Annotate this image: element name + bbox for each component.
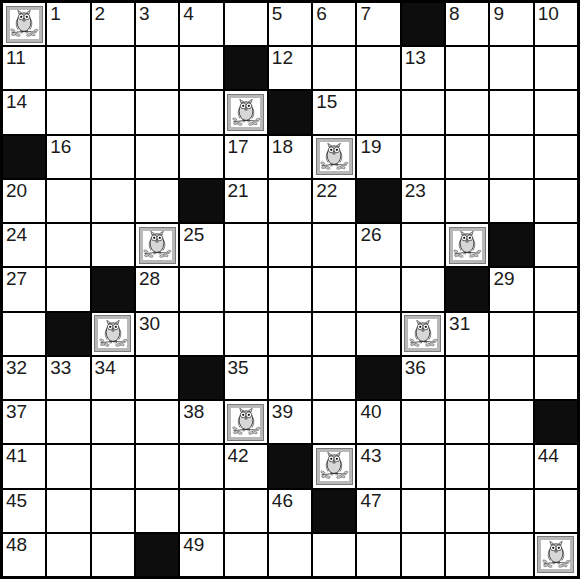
entry-cell-r4-c11[interactable] bbox=[446, 136, 488, 178]
owl-icon bbox=[449, 227, 486, 264]
entry-cell-r8-c1[interactable] bbox=[3, 313, 45, 355]
entry-cell-r10-c8[interactable] bbox=[313, 401, 355, 443]
entry-cell-r2-c2[interactable] bbox=[47, 47, 89, 89]
entry-cell-r5-c10[interactable]: 23 bbox=[402, 180, 444, 222]
entry-cell-r9-c4[interactable] bbox=[136, 357, 178, 399]
entry-cell-r11-c2[interactable] bbox=[47, 445, 89, 487]
entry-cell-r6-c1[interactable]: 24 bbox=[3, 224, 45, 266]
entry-cell-r11-c12[interactable] bbox=[490, 445, 532, 487]
entry-cell-r6-c8[interactable] bbox=[313, 224, 355, 266]
entry-cell-r12-c1[interactable]: 45 bbox=[3, 490, 45, 532]
entry-cell-r11-c13[interactable]: 44 bbox=[535, 445, 577, 487]
entry-cell-r2-c3[interactable] bbox=[92, 47, 134, 89]
clue-number-47: 47 bbox=[360, 490, 381, 512]
entry-cell-r12-c5[interactable] bbox=[180, 490, 222, 532]
blocked-cell-r11-c7 bbox=[269, 445, 311, 487]
entry-cell-r2-c10[interactable]: 13 bbox=[402, 47, 444, 89]
owl-icon bbox=[537, 536, 574, 573]
blocked-cell-r9-c5 bbox=[180, 357, 222, 399]
blocked-cell-r5-c5 bbox=[180, 180, 222, 222]
entry-cell-r3-c13[interactable] bbox=[535, 91, 577, 133]
entry-cell-r7-c5[interactable] bbox=[180, 268, 222, 310]
entry-cell-r4-c6[interactable]: 17 bbox=[225, 136, 267, 178]
clue-number-39: 39 bbox=[272, 401, 293, 423]
entry-cell-r9-c12[interactable] bbox=[490, 357, 532, 399]
blocked-cell-r1-c10 bbox=[402, 3, 444, 45]
entry-cell-r2-c5[interactable] bbox=[180, 47, 222, 89]
entry-cell-r13-c2[interactable] bbox=[47, 534, 89, 576]
clue-number-11: 11 bbox=[6, 47, 26, 69]
entry-cell-r11-c1[interactable]: 41 bbox=[3, 445, 45, 487]
entry-cell-r9-c3[interactable]: 34 bbox=[92, 357, 134, 399]
entry-cell-r9-c8[interactable] bbox=[313, 357, 355, 399]
entry-cell-r8-c9[interactable] bbox=[357, 313, 399, 355]
entry-cell-r2-c13[interactable] bbox=[535, 47, 577, 89]
clue-number-49: 49 bbox=[183, 534, 204, 556]
owl-picture-cell-r13-c13 bbox=[535, 534, 577, 576]
entry-cell-r4-c4[interactable] bbox=[136, 136, 178, 178]
entry-cell-r5-c11[interactable] bbox=[446, 180, 488, 222]
entry-cell-r9-c1[interactable]: 32 bbox=[3, 357, 45, 399]
entry-cell-r11-c4[interactable] bbox=[136, 445, 178, 487]
entry-cell-r13-c1[interactable]: 48 bbox=[3, 534, 45, 576]
entry-cell-r3-c1[interactable]: 14 bbox=[3, 91, 45, 133]
entry-cell-r5-c7[interactable] bbox=[269, 180, 311, 222]
blocked-cell-r7-c3 bbox=[92, 268, 134, 310]
entry-cell-r6-c6[interactable] bbox=[225, 224, 267, 266]
clue-number-40: 40 bbox=[360, 401, 381, 423]
blocked-cell-r6-c12 bbox=[490, 224, 532, 266]
entry-cell-r9-c11[interactable] bbox=[446, 357, 488, 399]
entry-cell-r1-c2[interactable]: 1 bbox=[47, 3, 89, 45]
entry-cell-r5-c6[interactable]: 21 bbox=[225, 180, 267, 222]
entry-cell-r9-c10[interactable]: 36 bbox=[402, 357, 444, 399]
clue-number-8: 8 bbox=[449, 3, 460, 25]
owl-icon bbox=[316, 138, 353, 175]
entry-cell-r1-c13[interactable]: 10 bbox=[535, 3, 577, 45]
clue-number-30: 30 bbox=[139, 313, 160, 335]
entry-cell-r12-c7[interactable]: 46 bbox=[269, 490, 311, 532]
clue-number-21: 21 bbox=[228, 180, 249, 202]
entry-cell-r6-c5[interactable]: 25 bbox=[180, 224, 222, 266]
entry-cell-r3-c4[interactable] bbox=[136, 91, 178, 133]
entry-cell-r1-c8[interactable]: 6 bbox=[313, 3, 355, 45]
clue-number-24: 24 bbox=[6, 224, 27, 246]
entry-cell-r6-c3[interactable] bbox=[92, 224, 134, 266]
entry-cell-r10-c11[interactable] bbox=[446, 401, 488, 443]
entry-cell-r5-c4[interactable] bbox=[136, 180, 178, 222]
entry-cell-r10-c3[interactable] bbox=[92, 401, 134, 443]
entry-cell-r7-c7[interactable] bbox=[269, 268, 311, 310]
blocked-cell-r8-c2 bbox=[47, 313, 89, 355]
entry-cell-r7-c10[interactable] bbox=[402, 268, 444, 310]
clue-number-15: 15 bbox=[316, 91, 337, 113]
owl-icon bbox=[6, 6, 43, 43]
clue-number-38: 38 bbox=[183, 401, 204, 423]
clue-number-27: 27 bbox=[6, 268, 27, 290]
clue-number-20: 20 bbox=[6, 180, 27, 202]
owl-picture-cell-r11-c8 bbox=[313, 445, 355, 487]
owl-picture-cell-r6-c4 bbox=[136, 224, 178, 266]
blocked-cell-r3-c7 bbox=[269, 91, 311, 133]
entry-cell-r11-c3[interactable] bbox=[92, 445, 134, 487]
entry-cell-r5-c8[interactable]: 22 bbox=[313, 180, 355, 222]
owl-icon bbox=[139, 227, 176, 264]
entry-cell-r8-c6[interactable] bbox=[225, 313, 267, 355]
entry-cell-r11-c11[interactable] bbox=[446, 445, 488, 487]
entry-cell-r12-c6[interactable] bbox=[225, 490, 267, 532]
owl-icon bbox=[227, 94, 264, 131]
entry-cell-r6-c2[interactable] bbox=[47, 224, 89, 266]
clue-number-22: 22 bbox=[316, 180, 337, 202]
clue-number-18: 18 bbox=[272, 136, 293, 158]
entry-cell-r4-c7[interactable]: 18 bbox=[269, 136, 311, 178]
blocked-cell-r2-c6 bbox=[225, 47, 267, 89]
entry-cell-r2-c11[interactable] bbox=[446, 47, 488, 89]
entry-cell-r2-c12[interactable] bbox=[490, 47, 532, 89]
entry-cell-r7-c6[interactable] bbox=[225, 268, 267, 310]
entry-cell-r13-c10[interactable] bbox=[402, 534, 444, 576]
entry-cell-r12-c13[interactable] bbox=[535, 490, 577, 532]
clue-number-48: 48 bbox=[6, 534, 27, 556]
clue-number-26: 26 bbox=[360, 224, 381, 246]
clue-number-2: 2 bbox=[95, 3, 106, 25]
owl-picture-cell-r6-c11 bbox=[446, 224, 488, 266]
clue-number-28: 28 bbox=[139, 268, 160, 290]
clue-number-42: 42 bbox=[228, 445, 249, 467]
entry-cell-r7-c1[interactable]: 27 bbox=[3, 268, 45, 310]
entry-cell-r3-c9[interactable] bbox=[357, 91, 399, 133]
clue-number-43: 43 bbox=[360, 445, 381, 467]
entry-cell-r10-c9[interactable]: 40 bbox=[357, 401, 399, 443]
entry-cell-r11-c6[interactable]: 42 bbox=[225, 445, 267, 487]
entry-cell-r2-c9[interactable] bbox=[357, 47, 399, 89]
clue-number-37: 37 bbox=[6, 401, 27, 423]
clue-number-41: 41 bbox=[6, 445, 27, 467]
entry-cell-r3-c3[interactable] bbox=[92, 91, 134, 133]
clue-number-33: 33 bbox=[50, 357, 71, 379]
entry-cell-r1-c6[interactable] bbox=[225, 3, 267, 45]
owl-picture-cell-r8-c3 bbox=[92, 313, 134, 355]
clue-number-13: 13 bbox=[405, 47, 426, 69]
entry-cell-r10-c4[interactable] bbox=[136, 401, 178, 443]
entry-cell-r7-c8[interactable] bbox=[313, 268, 355, 310]
entry-cell-r13-c12[interactable] bbox=[490, 534, 532, 576]
entry-cell-r10-c5[interactable]: 38 bbox=[180, 401, 222, 443]
owl-icon bbox=[94, 315, 131, 352]
entry-cell-r13-c9[interactable] bbox=[357, 534, 399, 576]
entry-cell-r5-c2[interactable] bbox=[47, 180, 89, 222]
entry-cell-r5-c1[interactable]: 20 bbox=[3, 180, 45, 222]
clue-number-44: 44 bbox=[538, 445, 559, 467]
entry-cell-r13-c5[interactable]: 49 bbox=[180, 534, 222, 576]
entry-cell-r3-c8[interactable]: 15 bbox=[313, 91, 355, 133]
entry-cell-r10-c1[interactable]: 37 bbox=[3, 401, 45, 443]
entry-cell-r4-c9[interactable]: 19 bbox=[357, 136, 399, 178]
clue-number-36: 36 bbox=[405, 357, 426, 379]
entry-cell-r12-c9[interactable]: 47 bbox=[357, 490, 399, 532]
entry-cell-r6-c7[interactable] bbox=[269, 224, 311, 266]
entry-cell-r9-c6[interactable]: 35 bbox=[225, 357, 267, 399]
owl-picture-cell-r8-c10 bbox=[402, 313, 444, 355]
entry-cell-r9-c2[interactable]: 33 bbox=[47, 357, 89, 399]
blocked-cell-r5-c9 bbox=[357, 180, 399, 222]
blocked-cell-r9-c9 bbox=[357, 357, 399, 399]
entry-cell-r8-c13[interactable] bbox=[535, 313, 577, 355]
clue-number-7: 7 bbox=[360, 3, 371, 25]
entry-cell-r12-c2[interactable] bbox=[47, 490, 89, 532]
clue-number-29: 29 bbox=[493, 268, 514, 290]
entry-cell-r8-c7[interactable] bbox=[269, 313, 311, 355]
entry-cell-r7-c2[interactable] bbox=[47, 268, 89, 310]
owl-icon bbox=[227, 404, 264, 441]
entry-cell-r2-c7[interactable]: 12 bbox=[269, 47, 311, 89]
clue-number-35: 35 bbox=[228, 357, 249, 379]
blocked-cell-r4-c1 bbox=[3, 136, 45, 178]
clue-number-19: 19 bbox=[360, 136, 381, 158]
entry-cell-r3-c2[interactable] bbox=[47, 91, 89, 133]
clue-number-4: 4 bbox=[183, 3, 194, 25]
entry-cell-r1-c12[interactable]: 9 bbox=[490, 3, 532, 45]
entry-cell-r12-c10[interactable] bbox=[402, 490, 444, 532]
crossword-board: 1234567891011121314151617181920212223242… bbox=[0, 0, 580, 579]
entry-cell-r3-c12[interactable] bbox=[490, 91, 532, 133]
owl-picture-cell-r3-c6 bbox=[225, 91, 267, 133]
entry-cell-r8-c5[interactable] bbox=[180, 313, 222, 355]
entry-cell-r1-c9[interactable]: 7 bbox=[357, 3, 399, 45]
entry-cell-r9-c13[interactable] bbox=[535, 357, 577, 399]
entry-cell-r4-c5[interactable] bbox=[180, 136, 222, 178]
entry-cell-r11-c10[interactable] bbox=[402, 445, 444, 487]
clue-number-14: 14 bbox=[6, 91, 27, 113]
entry-cell-r1-c4[interactable]: 3 bbox=[136, 3, 178, 45]
entry-cell-r3-c11[interactable] bbox=[446, 91, 488, 133]
entry-cell-r12-c11[interactable] bbox=[446, 490, 488, 532]
entry-cell-r10-c10[interactable] bbox=[402, 401, 444, 443]
blocked-cell-r13-c4 bbox=[136, 534, 178, 576]
entry-cell-r7-c12[interactable]: 29 bbox=[490, 268, 532, 310]
entry-cell-r8-c8[interactable] bbox=[313, 313, 355, 355]
entry-cell-r12-c4[interactable] bbox=[136, 490, 178, 532]
entry-cell-r13-c6[interactable] bbox=[225, 534, 267, 576]
entry-cell-r2-c1[interactable]: 11 bbox=[3, 47, 45, 89]
entry-cell-r8-c4[interactable]: 30 bbox=[136, 313, 178, 355]
entry-cell-r4-c12[interactable] bbox=[490, 136, 532, 178]
entry-cell-r11-c9[interactable]: 43 bbox=[357, 445, 399, 487]
entry-cell-r3-c5[interactable] bbox=[180, 91, 222, 133]
clue-number-32: 32 bbox=[6, 357, 27, 379]
entry-cell-r7-c4[interactable]: 28 bbox=[136, 268, 178, 310]
blocked-cell-r7-c11 bbox=[446, 268, 488, 310]
clue-number-9: 9 bbox=[493, 3, 504, 25]
entry-cell-r1-c11[interactable]: 8 bbox=[446, 3, 488, 45]
entry-cell-r4-c13[interactable] bbox=[535, 136, 577, 178]
clue-number-46: 46 bbox=[272, 490, 293, 512]
owl-picture-cell-r10-c6 bbox=[225, 401, 267, 443]
blocked-cell-r10-c13 bbox=[535, 401, 577, 443]
clue-number-1: 1 bbox=[50, 3, 61, 25]
clue-number-6: 6 bbox=[316, 3, 327, 25]
entry-cell-r10-c7[interactable]: 39 bbox=[269, 401, 311, 443]
entry-cell-r8-c11[interactable]: 31 bbox=[446, 313, 488, 355]
entry-cell-r2-c8[interactable] bbox=[313, 47, 355, 89]
entry-cell-r10-c2[interactable] bbox=[47, 401, 89, 443]
clue-number-12: 12 bbox=[272, 47, 293, 69]
clue-number-31: 31 bbox=[449, 313, 470, 335]
clue-number-45: 45 bbox=[6, 490, 27, 512]
entry-cell-r11-c5[interactable] bbox=[180, 445, 222, 487]
entry-cell-r7-c13[interactable] bbox=[535, 268, 577, 310]
entry-cell-r1-c7[interactable]: 5 bbox=[269, 3, 311, 45]
entry-cell-r5-c3[interactable] bbox=[92, 180, 134, 222]
entry-cell-r13-c8[interactable] bbox=[313, 534, 355, 576]
entry-cell-r13-c3[interactable] bbox=[92, 534, 134, 576]
clue-number-25: 25 bbox=[183, 224, 204, 246]
owl-picture-cell-r4-c8 bbox=[313, 136, 355, 178]
clue-number-3: 3 bbox=[139, 3, 150, 25]
entry-cell-r8-c12[interactable] bbox=[490, 313, 532, 355]
clue-number-23: 23 bbox=[405, 180, 426, 202]
entry-cell-r12-c3[interactable] bbox=[92, 490, 134, 532]
entry-cell-r13-c7[interactable] bbox=[269, 534, 311, 576]
entry-cell-r3-c10[interactable] bbox=[402, 91, 444, 133]
entry-cell-r5-c13[interactable] bbox=[535, 180, 577, 222]
entry-cell-r10-c12[interactable] bbox=[490, 401, 532, 443]
entry-cell-r6-c9[interactable]: 26 bbox=[357, 224, 399, 266]
clue-number-17: 17 bbox=[228, 136, 249, 158]
owl-icon bbox=[404, 315, 441, 352]
entry-cell-r6-c13[interactable] bbox=[535, 224, 577, 266]
entry-cell-r7-c9[interactable] bbox=[357, 268, 399, 310]
entry-cell-r1-c5[interactable]: 4 bbox=[180, 3, 222, 45]
entry-cell-r13-c11[interactable] bbox=[446, 534, 488, 576]
entry-cell-r4-c3[interactable] bbox=[92, 136, 134, 178]
clue-number-5: 5 bbox=[272, 3, 283, 25]
clue-number-34: 34 bbox=[95, 357, 116, 379]
entry-cell-r12-c12[interactable] bbox=[490, 490, 532, 532]
owl-picture-cell-r1-c1 bbox=[3, 3, 45, 45]
entry-cell-r5-c12[interactable] bbox=[490, 180, 532, 222]
entry-cell-r4-c10[interactable] bbox=[402, 136, 444, 178]
entry-cell-r1-c3[interactable]: 2 bbox=[92, 3, 134, 45]
clue-number-10: 10 bbox=[538, 3, 559, 25]
entry-cell-r6-c10[interactable] bbox=[402, 224, 444, 266]
entry-cell-r2-c4[interactable] bbox=[136, 47, 178, 89]
entry-cell-r9-c7[interactable] bbox=[269, 357, 311, 399]
owl-icon bbox=[316, 448, 353, 485]
blocked-cell-r12-c8 bbox=[313, 490, 355, 532]
clue-number-16: 16 bbox=[50, 136, 71, 158]
entry-cell-r4-c2[interactable]: 16 bbox=[47, 136, 89, 178]
